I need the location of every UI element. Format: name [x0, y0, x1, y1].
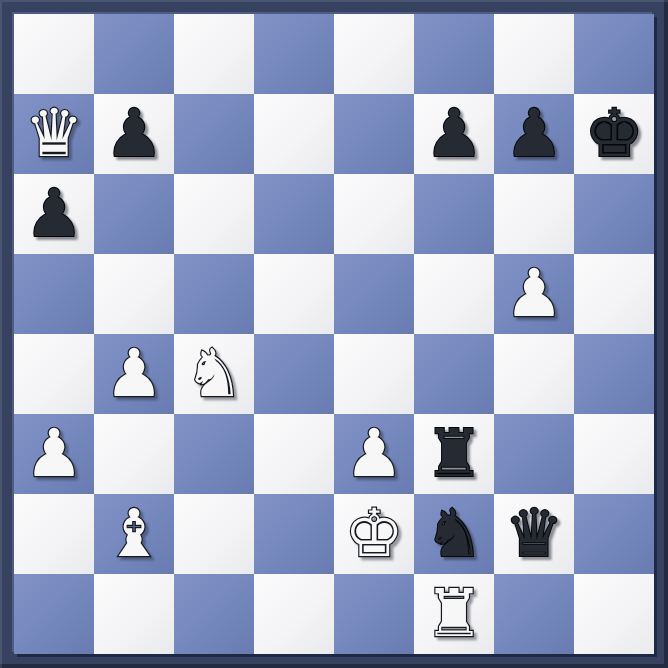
square-a7[interactable]: ♛ — [14, 94, 94, 174]
black-queen-piece[interactable]: ♛ — [504, 501, 563, 567]
square-d1[interactable] — [254, 574, 334, 654]
square-b6[interactable] — [94, 174, 174, 254]
black-pawn-piece[interactable]: ♟ — [504, 101, 563, 167]
square-g2[interactable]: ♛ — [494, 494, 574, 574]
chess-board: ♛♟♟♟♚♟♟♟♞♟♟♜♝♚♞♛♜ — [14, 14, 654, 654]
square-e8[interactable] — [334, 14, 414, 94]
square-h2[interactable] — [574, 494, 654, 574]
square-f7[interactable]: ♟ — [414, 94, 494, 174]
square-h3[interactable] — [574, 414, 654, 494]
square-h6[interactable] — [574, 174, 654, 254]
black-pawn-piece[interactable]: ♟ — [24, 181, 83, 247]
square-h7[interactable]: ♚ — [574, 94, 654, 174]
white-bishop-piece[interactable]: ♝ — [104, 501, 163, 567]
square-g8[interactable] — [494, 14, 574, 94]
square-f3[interactable]: ♜ — [414, 414, 494, 494]
square-g3[interactable] — [494, 414, 574, 494]
square-c7[interactable] — [174, 94, 254, 174]
square-a5[interactable] — [14, 254, 94, 334]
square-d8[interactable] — [254, 14, 334, 94]
square-g1[interactable] — [494, 574, 574, 654]
square-g5[interactable]: ♟ — [494, 254, 574, 334]
square-a3[interactable]: ♟ — [14, 414, 94, 494]
square-b8[interactable] — [94, 14, 174, 94]
white-pawn-piece[interactable]: ♟ — [104, 341, 163, 407]
square-h8[interactable] — [574, 14, 654, 94]
square-d5[interactable] — [254, 254, 334, 334]
square-f1[interactable]: ♜ — [414, 574, 494, 654]
square-e2[interactable]: ♚ — [334, 494, 414, 574]
square-d4[interactable] — [254, 334, 334, 414]
square-a6[interactable]: ♟ — [14, 174, 94, 254]
square-c1[interactable] — [174, 574, 254, 654]
square-h4[interactable] — [574, 334, 654, 414]
square-b4[interactable]: ♟ — [94, 334, 174, 414]
square-c8[interactable] — [174, 14, 254, 94]
square-b7[interactable]: ♟ — [94, 94, 174, 174]
white-rook-piece[interactable]: ♜ — [424, 581, 483, 647]
square-b3[interactable] — [94, 414, 174, 494]
square-f8[interactable] — [414, 14, 494, 94]
square-a8[interactable] — [14, 14, 94, 94]
square-d2[interactable] — [254, 494, 334, 574]
square-d3[interactable] — [254, 414, 334, 494]
square-f5[interactable] — [414, 254, 494, 334]
square-g7[interactable]: ♟ — [494, 94, 574, 174]
square-d6[interactable] — [254, 174, 334, 254]
square-f2[interactable]: ♞ — [414, 494, 494, 574]
white-pawn-piece[interactable]: ♟ — [24, 421, 83, 487]
square-c5[interactable] — [174, 254, 254, 334]
square-e5[interactable] — [334, 254, 414, 334]
square-h1[interactable] — [574, 574, 654, 654]
square-b5[interactable] — [94, 254, 174, 334]
square-g6[interactable] — [494, 174, 574, 254]
square-c4[interactable]: ♞ — [174, 334, 254, 414]
square-f4[interactable] — [414, 334, 494, 414]
square-h5[interactable] — [574, 254, 654, 334]
square-c6[interactable] — [174, 174, 254, 254]
square-e6[interactable] — [334, 174, 414, 254]
square-g4[interactable] — [494, 334, 574, 414]
white-queen-piece[interactable]: ♛ — [24, 101, 83, 167]
square-a2[interactable] — [14, 494, 94, 574]
square-e4[interactable] — [334, 334, 414, 414]
square-e7[interactable] — [334, 94, 414, 174]
square-b2[interactable]: ♝ — [94, 494, 174, 574]
square-e3[interactable]: ♟ — [334, 414, 414, 494]
board-frame: ♛♟♟♟♚♟♟♟♞♟♟♜♝♚♞♛♜ — [0, 0, 668, 668]
black-king-piece[interactable]: ♚ — [584, 101, 643, 167]
square-d7[interactable] — [254, 94, 334, 174]
square-c3[interactable] — [174, 414, 254, 494]
white-pawn-piece[interactable]: ♟ — [344, 421, 403, 487]
square-c2[interactable] — [174, 494, 254, 574]
black-rook-piece[interactable]: ♜ — [424, 421, 483, 487]
black-pawn-piece[interactable]: ♟ — [104, 101, 163, 167]
square-f6[interactable] — [414, 174, 494, 254]
white-king-piece[interactable]: ♚ — [344, 501, 403, 567]
square-b1[interactable] — [94, 574, 174, 654]
square-a4[interactable] — [14, 334, 94, 414]
white-knight-piece[interactable]: ♞ — [184, 341, 243, 407]
white-pawn-piece[interactable]: ♟ — [504, 261, 563, 327]
square-a1[interactable] — [14, 574, 94, 654]
square-e1[interactable] — [334, 574, 414, 654]
black-knight-piece[interactable]: ♞ — [424, 501, 483, 567]
black-pawn-piece[interactable]: ♟ — [424, 101, 483, 167]
